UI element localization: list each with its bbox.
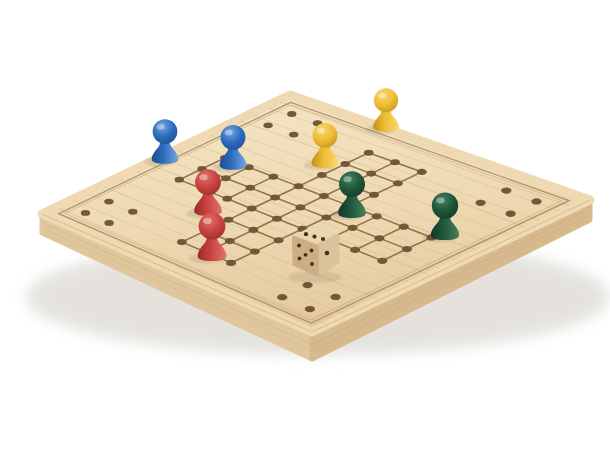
board-hole	[294, 183, 304, 189]
board-hole	[245, 185, 255, 191]
peg-highlight	[378, 93, 386, 99]
die-pip	[304, 253, 308, 257]
peg-head	[221, 125, 246, 150]
peg-head	[195, 169, 221, 195]
board-hole	[274, 237, 284, 243]
board-hole	[505, 211, 515, 217]
board-hole	[364, 150, 374, 156]
peg-head	[313, 123, 338, 148]
board-hole	[177, 239, 187, 245]
board-hole	[393, 180, 403, 186]
board-hole	[104, 220, 113, 226]
board-hole	[402, 246, 412, 252]
board-hole	[277, 294, 287, 300]
die-pip	[310, 262, 314, 266]
peg-head	[153, 119, 178, 144]
scene	[0, 0, 610, 460]
peg-highlight	[199, 174, 207, 180]
board-hole	[247, 206, 257, 212]
die[interactable]	[288, 227, 342, 283]
peg-yellow-2[interactable]	[366, 88, 399, 133]
board-hole	[377, 258, 387, 264]
board-hole	[417, 169, 427, 175]
board-hole	[296, 204, 306, 210]
board-hole	[399, 224, 409, 230]
board-hole	[104, 199, 113, 205]
board-hole	[340, 161, 350, 167]
board-hole	[270, 194, 280, 200]
peg-head	[339, 171, 365, 197]
peg-blue-1[interactable]	[144, 119, 178, 166]
board-hole	[289, 132, 298, 138]
board-hole	[224, 217, 234, 223]
board-hole	[269, 174, 279, 180]
board-hole	[263, 122, 272, 128]
board-hole	[175, 177, 184, 183]
board-hole	[287, 111, 296, 117]
die-pip	[321, 237, 325, 241]
board-hole	[476, 200, 486, 206]
board-hole	[226, 260, 236, 266]
peg-head	[374, 88, 398, 112]
peg-highlight	[317, 128, 325, 134]
board-hole	[330, 294, 340, 300]
board-hole	[222, 196, 232, 202]
board-hole	[369, 192, 379, 198]
board-hole	[128, 209, 137, 215]
die-pip	[312, 235, 316, 239]
board-hole	[374, 235, 384, 241]
peg-highlight	[203, 218, 212, 224]
board-hole	[305, 306, 315, 312]
ludo-board-photo	[0, 0, 610, 460]
board-hole	[366, 171, 376, 177]
peg-highlight	[225, 130, 233, 136]
peg-highlight	[436, 198, 445, 204]
peg-head	[432, 192, 458, 218]
board-hole	[348, 225, 358, 231]
board-hole	[350, 247, 360, 253]
board-hole	[248, 227, 258, 233]
peg-head	[199, 213, 226, 240]
board-hole	[317, 172, 327, 178]
board-hole	[321, 214, 331, 220]
board-hole	[372, 213, 382, 219]
board-hole	[272, 216, 282, 222]
die-pip	[304, 232, 308, 236]
die-pip	[297, 244, 301, 248]
die-pip	[325, 251, 330, 256]
board-hole	[81, 210, 90, 216]
die-pip	[310, 249, 314, 253]
board-hole	[221, 175, 231, 181]
board-hole	[531, 198, 541, 204]
board-hole	[250, 249, 260, 255]
peg-highlight	[157, 124, 165, 130]
board-hole	[501, 187, 511, 193]
board-hole	[225, 238, 235, 244]
die-pip	[298, 257, 302, 261]
board-hole	[390, 159, 400, 165]
board-hole	[319, 193, 329, 199]
peg-highlight	[343, 176, 351, 182]
